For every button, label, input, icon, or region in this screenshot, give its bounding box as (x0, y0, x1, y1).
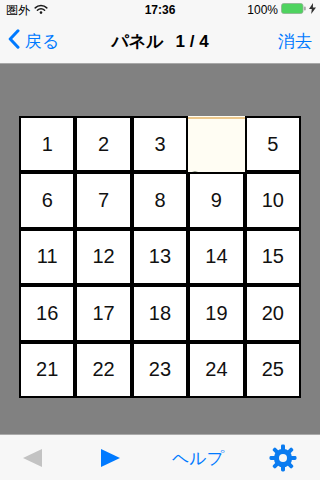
tile-19[interactable]: 19 (188, 285, 244, 341)
next-panel-arrow[interactable] (101, 449, 120, 467)
battery-icon (281, 3, 306, 17)
status-right: 100% (247, 0, 316, 20)
tile-21[interactable]: 21 (19, 342, 75, 398)
tile-13[interactable]: 13 (132, 229, 188, 285)
tile-7[interactable]: 7 (75, 172, 131, 228)
status-bar: 圏外 17:36 100% (0, 0, 320, 20)
content-area: 1235678910111213141516171819202122232425 (0, 64, 320, 434)
help-button[interactable]: ヘルプ (172, 446, 224, 469)
battery-percent-label: 100% (247, 3, 278, 17)
tile-22[interactable]: 22 (75, 342, 131, 398)
tile-24[interactable]: 24 (188, 342, 244, 398)
title-text: パネル (111, 30, 163, 53)
page-indicator: 1 / 4 (176, 32, 209, 52)
tile-14[interactable]: 14 (188, 229, 244, 285)
tile-1[interactable]: 1 (19, 116, 75, 172)
tile-2[interactable]: 2 (75, 116, 131, 172)
tile-8[interactable]: 8 (132, 172, 188, 228)
clear-button-label: 消去 (278, 30, 312, 53)
tile-17[interactable]: 17 (75, 285, 131, 341)
photo-tan-line (188, 117, 244, 119)
tile-15[interactable]: 15 (245, 229, 301, 285)
page-title: パネル 1 / 4 (60, 20, 260, 63)
clear-button[interactable]: 消去 (278, 20, 312, 63)
bottom-toolbar: ヘルプ (0, 434, 320, 480)
tile-23[interactable]: 23 (132, 342, 188, 398)
gear-icon[interactable] (269, 444, 297, 472)
puzzle-grid: 1235678910111213141516171819202122232425 (19, 116, 301, 398)
tile-20[interactable]: 20 (245, 285, 301, 341)
tile-6[interactable]: 6 (19, 172, 75, 228)
previous-panel-arrow[interactable] (23, 449, 42, 467)
back-chevron-icon (8, 29, 20, 54)
tile-9[interactable]: 9 (188, 172, 244, 228)
revealed-photo-tile[interactable] (188, 116, 244, 172)
tile-18[interactable]: 18 (132, 285, 188, 341)
back-button[interactable]: 戻る (8, 20, 59, 63)
back-button-label: 戻る (25, 30, 59, 53)
tile-25[interactable]: 25 (245, 342, 301, 398)
photo-green-shape (188, 161, 218, 172)
tile-11[interactable]: 11 (19, 229, 75, 285)
tile-10[interactable]: 10 (245, 172, 301, 228)
tile-3[interactable]: 3 (132, 116, 188, 172)
tile-12[interactable]: 12 (75, 229, 131, 285)
tile-5[interactable]: 5 (245, 116, 301, 172)
navigation-bar: 戻る パネル 1 / 4 消去 (0, 20, 320, 64)
app-screen: 圏外 17:36 100% (0, 0, 320, 480)
tile-16[interactable]: 16 (19, 285, 75, 341)
charging-bolt-icon (309, 3, 316, 17)
